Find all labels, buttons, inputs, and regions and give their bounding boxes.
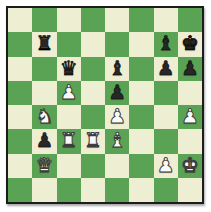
square-c8[interactable] — [57, 8, 81, 32]
square-e6[interactable]: ♝ — [105, 57, 129, 81]
square-a8[interactable] — [8, 8, 32, 32]
piece-black-pawn[interactable]: ♟ — [35, 130, 53, 150]
square-h3[interactable] — [178, 129, 202, 153]
square-b7[interactable]: ♜ — [32, 32, 56, 56]
piece-black-pawn[interactable]: ♟ — [181, 58, 199, 78]
square-b4[interactable]: ♞ — [32, 105, 56, 129]
square-h1[interactable] — [178, 178, 202, 202]
square-c1[interactable] — [57, 178, 81, 202]
square-c3[interactable]: ♜ — [57, 129, 81, 153]
square-e8[interactable] — [105, 8, 129, 32]
piece-white-king[interactable]: ♚ — [181, 155, 199, 175]
square-f4[interactable] — [129, 105, 153, 129]
piece-white-queen[interactable]: ♛ — [35, 155, 53, 175]
square-b2[interactable]: ♛ — [32, 154, 56, 178]
square-d5[interactable] — [81, 81, 105, 105]
square-c6[interactable]: ♛ — [57, 57, 81, 81]
square-e3[interactable]: ♝ — [105, 129, 129, 153]
square-a2[interactable] — [8, 154, 32, 178]
square-f3[interactable] — [129, 129, 153, 153]
square-g7[interactable]: ♝ — [154, 32, 178, 56]
square-c4[interactable] — [57, 105, 81, 129]
square-d1[interactable] — [81, 178, 105, 202]
square-a7[interactable] — [8, 32, 32, 56]
piece-white-rook[interactable]: ♜ — [84, 130, 102, 150]
square-b8[interactable] — [32, 8, 56, 32]
square-a5[interactable] — [8, 81, 32, 105]
square-g1[interactable] — [154, 178, 178, 202]
square-a6[interactable] — [8, 57, 32, 81]
square-f2[interactable] — [129, 154, 153, 178]
square-e1[interactable] — [105, 178, 129, 202]
piece-black-bishop[interactable]: ♝ — [108, 58, 126, 78]
piece-black-pawn[interactable]: ♟ — [157, 58, 175, 78]
square-b6[interactable] — [32, 57, 56, 81]
piece-black-pawn[interactable]: ♟ — [108, 82, 126, 102]
piece-white-pawn[interactable]: ♟ — [157, 155, 175, 175]
square-g5[interactable] — [154, 81, 178, 105]
square-f6[interactable] — [129, 57, 153, 81]
square-g2[interactable]: ♟ — [154, 154, 178, 178]
square-f8[interactable] — [129, 8, 153, 32]
square-h2[interactable]: ♚ — [178, 154, 202, 178]
square-d2[interactable] — [81, 154, 105, 178]
piece-white-knight[interactable]: ♞ — [35, 106, 53, 126]
square-c5[interactable]: ♟ — [57, 81, 81, 105]
square-e4[interactable]: ♟ — [105, 105, 129, 129]
chess-diagram-page: ♜♝♚♛♝♟♟♟♟♞♟♟♟♜♜♝♛♟♚ — [0, 0, 211, 212]
square-d3[interactable]: ♜ — [81, 129, 105, 153]
square-c2[interactable] — [57, 154, 81, 178]
square-e7[interactable] — [105, 32, 129, 56]
piece-black-rook[interactable]: ♜ — [35, 33, 53, 53]
piece-white-pawn[interactable]: ♟ — [60, 82, 78, 102]
piece-black-queen[interactable]: ♛ — [60, 58, 78, 78]
square-e2[interactable] — [105, 154, 129, 178]
square-a4[interactable] — [8, 105, 32, 129]
square-b3[interactable]: ♟ — [32, 129, 56, 153]
square-a3[interactable] — [8, 129, 32, 153]
square-h5[interactable] — [178, 81, 202, 105]
piece-white-pawn[interactable]: ♟ — [108, 106, 126, 126]
square-f5[interactable] — [129, 81, 153, 105]
square-d6[interactable] — [81, 57, 105, 81]
square-c7[interactable] — [57, 32, 81, 56]
square-e5[interactable]: ♟ — [105, 81, 129, 105]
square-d7[interactable] — [81, 32, 105, 56]
square-f7[interactable] — [129, 32, 153, 56]
piece-white-pawn[interactable]: ♟ — [181, 106, 199, 126]
square-h4[interactable]: ♟ — [178, 105, 202, 129]
piece-black-king[interactable]: ♚ — [181, 33, 199, 53]
square-a1[interactable] — [8, 178, 32, 202]
square-g3[interactable] — [154, 129, 178, 153]
square-f1[interactable] — [129, 178, 153, 202]
square-b5[interactable] — [32, 81, 56, 105]
square-h7[interactable]: ♚ — [178, 32, 202, 56]
piece-white-bishop[interactable]: ♝ — [108, 130, 126, 150]
square-g4[interactable] — [154, 105, 178, 129]
chess-board: ♜♝♚♛♝♟♟♟♟♞♟♟♟♜♜♝♛♟♚ — [6, 6, 204, 204]
square-g6[interactable]: ♟ — [154, 57, 178, 81]
square-g8[interactable] — [154, 8, 178, 32]
square-h6[interactable]: ♟ — [178, 57, 202, 81]
square-b1[interactable] — [32, 178, 56, 202]
piece-white-rook[interactable]: ♜ — [60, 130, 78, 150]
square-d4[interactable] — [81, 105, 105, 129]
piece-black-bishop[interactable]: ♝ — [157, 33, 175, 53]
square-d8[interactable] — [81, 8, 105, 32]
square-h8[interactable] — [178, 8, 202, 32]
